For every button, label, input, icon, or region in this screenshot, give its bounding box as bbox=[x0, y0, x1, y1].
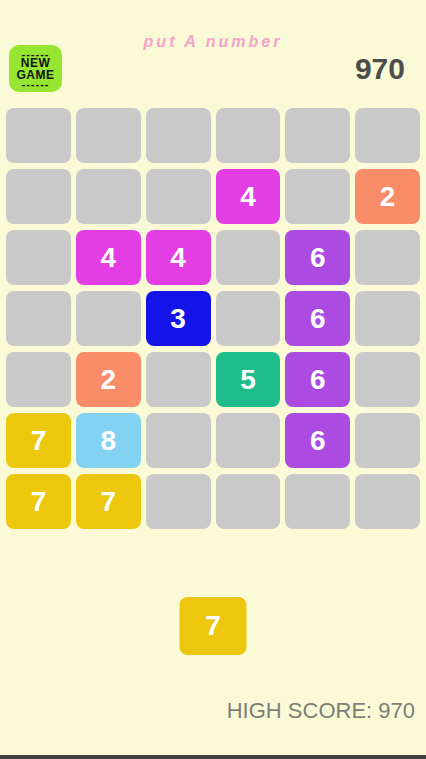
empty-cell[interactable] bbox=[146, 474, 211, 529]
tile-8[interactable]: 8 bbox=[76, 413, 141, 468]
next-tile[interactable]: 7 bbox=[180, 597, 247, 655]
empty-cell[interactable] bbox=[146, 169, 211, 224]
empty-cell[interactable] bbox=[216, 291, 281, 346]
empty-cell[interactable] bbox=[146, 108, 211, 163]
high-score-label: HIGH SCORE: 970 bbox=[227, 698, 415, 724]
empty-cell[interactable] bbox=[285, 169, 350, 224]
empty-cell[interactable] bbox=[355, 413, 420, 468]
empty-cell[interactable] bbox=[216, 230, 281, 285]
empty-cell[interactable] bbox=[355, 352, 420, 407]
tile-7[interactable]: 7 bbox=[6, 474, 71, 529]
empty-cell[interactable] bbox=[285, 108, 350, 163]
empty-cell[interactable] bbox=[216, 474, 281, 529]
tile-7[interactable]: 7 bbox=[6, 413, 71, 468]
tile-2[interactable]: 2 bbox=[76, 352, 141, 407]
empty-cell[interactable] bbox=[355, 108, 420, 163]
tile-4[interactable]: 4 bbox=[76, 230, 141, 285]
bottom-bar bbox=[0, 755, 426, 759]
empty-cell[interactable] bbox=[6, 291, 71, 346]
empty-cell[interactable] bbox=[6, 108, 71, 163]
tile-6[interactable]: 6 bbox=[285, 291, 350, 346]
tile-4[interactable]: 4 bbox=[216, 169, 281, 224]
new-game-button[interactable]: ------ NEW GAME ------ bbox=[9, 45, 62, 92]
app-screen: put A number ------ NEW GAME ------ 970 … bbox=[0, 0, 426, 759]
empty-cell[interactable] bbox=[76, 108, 141, 163]
empty-cell[interactable] bbox=[146, 413, 211, 468]
tile-6[interactable]: 6 bbox=[285, 352, 350, 407]
empty-cell[interactable] bbox=[6, 352, 71, 407]
score-value: 970 bbox=[355, 52, 405, 86]
page-title: put A number bbox=[0, 33, 426, 51]
game-board: 424463625678677 bbox=[0, 103, 426, 534]
empty-cell[interactable] bbox=[146, 352, 211, 407]
tile-6[interactable]: 6 bbox=[285, 230, 350, 285]
empty-cell[interactable] bbox=[76, 169, 141, 224]
tile-7[interactable]: 7 bbox=[76, 474, 141, 529]
empty-cell[interactable] bbox=[355, 474, 420, 529]
empty-cell[interactable] bbox=[76, 291, 141, 346]
empty-cell[interactable] bbox=[6, 169, 71, 224]
empty-cell[interactable] bbox=[355, 230, 420, 285]
tile-2[interactable]: 2 bbox=[355, 169, 420, 224]
empty-cell[interactable] bbox=[6, 230, 71, 285]
tile-4[interactable]: 4 bbox=[146, 230, 211, 285]
empty-cell[interactable] bbox=[216, 413, 281, 468]
new-game-dashes-bottom: ------ bbox=[22, 81, 50, 87]
new-game-label-line1: NEW bbox=[21, 57, 51, 69]
tile-5[interactable]: 5 bbox=[216, 352, 281, 407]
tile-6[interactable]: 6 bbox=[285, 413, 350, 468]
tile-3[interactable]: 3 bbox=[146, 291, 211, 346]
empty-cell[interactable] bbox=[285, 474, 350, 529]
empty-cell[interactable] bbox=[216, 108, 281, 163]
empty-cell[interactable] bbox=[355, 291, 420, 346]
